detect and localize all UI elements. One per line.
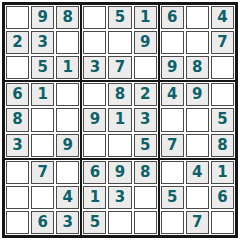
cell-r7c5: 9 bbox=[108, 161, 131, 184]
cell-r5c1: 8 bbox=[6, 108, 29, 131]
box-6: 49578 bbox=[159, 81, 236, 158]
box-8: 698135 bbox=[81, 159, 158, 236]
cell-r3c8: 8 bbox=[186, 56, 209, 79]
cell-r7c3[interactable] bbox=[56, 161, 79, 184]
cell-r8c5: 3 bbox=[108, 186, 131, 209]
cell-r7c2: 7 bbox=[31, 161, 54, 184]
cell-r6c7: 7 bbox=[161, 134, 184, 157]
cell-r6c6: 5 bbox=[134, 134, 157, 157]
cell-r3c3: 1 bbox=[56, 56, 79, 79]
cell-r6c4[interactable] bbox=[83, 134, 106, 157]
cell-r9c1[interactable] bbox=[6, 211, 29, 234]
cell-r3c9[interactable] bbox=[211, 56, 234, 79]
cell-r1c6: 1 bbox=[134, 6, 157, 29]
cell-r4c6: 2 bbox=[134, 83, 157, 106]
cell-r4c2: 1 bbox=[31, 83, 54, 106]
cell-r1c1[interactable] bbox=[6, 6, 29, 29]
cell-r8c8[interactable] bbox=[186, 186, 209, 209]
cell-r5c8[interactable] bbox=[186, 108, 209, 131]
cell-r9c9[interactable] bbox=[211, 211, 234, 234]
cell-r2c7[interactable] bbox=[161, 31, 184, 54]
cell-r8c3: 4 bbox=[56, 186, 79, 209]
cell-r6c2[interactable] bbox=[31, 134, 54, 157]
cell-r3c7: 9 bbox=[161, 56, 184, 79]
cell-r5c7[interactable] bbox=[161, 108, 184, 131]
cell-r4c7: 4 bbox=[161, 83, 184, 106]
cell-r7c6: 8 bbox=[134, 161, 157, 184]
cell-r1c4[interactable] bbox=[83, 6, 106, 29]
box-9: 41567 bbox=[159, 159, 236, 236]
cell-r4c1: 6 bbox=[6, 83, 29, 106]
cell-r9c5[interactable] bbox=[108, 211, 131, 234]
cell-r2c9: 7 bbox=[211, 31, 234, 54]
cell-r2c5[interactable] bbox=[108, 31, 131, 54]
box-2: 51937 bbox=[81, 4, 158, 81]
cell-r2c3[interactable] bbox=[56, 31, 79, 54]
cell-r9c7[interactable] bbox=[161, 211, 184, 234]
box-5: 829135 bbox=[81, 81, 158, 158]
cell-r9c6[interactable] bbox=[134, 211, 157, 234]
cell-r4c8: 9 bbox=[186, 83, 209, 106]
cell-r9c2: 6 bbox=[31, 211, 54, 234]
box-1: 982351 bbox=[4, 4, 81, 81]
cell-r4c9[interactable] bbox=[211, 83, 234, 106]
cell-r2c4[interactable] bbox=[83, 31, 106, 54]
cell-r4c4[interactable] bbox=[83, 83, 106, 106]
cell-r4c5: 8 bbox=[108, 83, 131, 106]
cell-r8c9: 6 bbox=[211, 186, 234, 209]
cell-r1c9: 4 bbox=[211, 6, 234, 29]
cell-r8c2[interactable] bbox=[31, 186, 54, 209]
cell-r3c1[interactable] bbox=[6, 56, 29, 79]
cell-r1c8[interactable] bbox=[186, 6, 209, 29]
cell-r7c4: 6 bbox=[83, 161, 106, 184]
cell-r6c5[interactable] bbox=[108, 134, 131, 157]
cell-r2c8[interactable] bbox=[186, 31, 209, 54]
cell-r2c1: 2 bbox=[6, 31, 29, 54]
cell-r5c4: 9 bbox=[83, 108, 106, 131]
cell-r2c6: 9 bbox=[134, 31, 157, 54]
cell-r8c4: 1 bbox=[83, 186, 106, 209]
cell-r3c2: 5 bbox=[31, 56, 54, 79]
cell-r5c6: 3 bbox=[134, 108, 157, 131]
box-3: 64798 bbox=[159, 4, 236, 81]
cell-r7c1[interactable] bbox=[6, 161, 29, 184]
cell-r3c6[interactable] bbox=[134, 56, 157, 79]
cell-r6c9: 8 bbox=[211, 134, 234, 157]
box-4: 61839 bbox=[4, 81, 81, 158]
cell-r5c3[interactable] bbox=[56, 108, 79, 131]
cell-r6c1: 3 bbox=[6, 134, 29, 157]
cell-r1c3: 8 bbox=[56, 6, 79, 29]
cell-r7c9: 1 bbox=[211, 161, 234, 184]
cell-r6c8[interactable] bbox=[186, 134, 209, 157]
cell-r8c1[interactable] bbox=[6, 186, 29, 209]
sudoku-board: 9823515193764798618398291354957874636981… bbox=[2, 2, 238, 238]
cell-r3c5: 7 bbox=[108, 56, 131, 79]
cell-r5c9: 5 bbox=[211, 108, 234, 131]
cell-r9c8: 7 bbox=[186, 211, 209, 234]
box-7: 7463 bbox=[4, 159, 81, 236]
cell-r1c2: 9 bbox=[31, 6, 54, 29]
cell-r7c7[interactable] bbox=[161, 161, 184, 184]
cell-r8c7: 5 bbox=[161, 186, 184, 209]
cell-r6c3: 9 bbox=[56, 134, 79, 157]
cell-r9c4: 5 bbox=[83, 211, 106, 234]
cell-r9c3: 3 bbox=[56, 211, 79, 234]
cell-r8c6[interactable] bbox=[134, 186, 157, 209]
cell-r5c5: 1 bbox=[108, 108, 131, 131]
cell-r3c4: 3 bbox=[83, 56, 106, 79]
cell-r1c7: 6 bbox=[161, 6, 184, 29]
cell-r4c3[interactable] bbox=[56, 83, 79, 106]
cell-r7c8: 4 bbox=[186, 161, 209, 184]
cell-r2c2: 3 bbox=[31, 31, 54, 54]
cell-r1c5: 5 bbox=[108, 6, 131, 29]
cell-r5c2[interactable] bbox=[31, 108, 54, 131]
